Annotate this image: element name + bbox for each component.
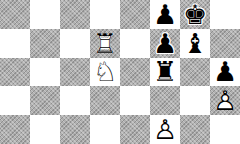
piece-black-bishop: ♝ [180, 29, 210, 58]
square-g4 [180, 86, 210, 115]
square-e3 [120, 115, 150, 144]
square-h7 [210, 0, 240, 29]
square-b3 [30, 115, 60, 144]
square-c6 [60, 29, 90, 58]
square-d6: ♜♖ [90, 29, 120, 58]
square-g3 [180, 115, 210, 144]
square-a5 [0, 58, 30, 87]
square-a4 [0, 86, 30, 115]
square-c5 [60, 58, 90, 87]
piece-black-pawn: ♟ [210, 58, 240, 87]
piece-white-knight: ♞♘ [90, 58, 120, 87]
square-f6: ♟ [150, 29, 180, 58]
piece-black-pawn: ♟ [150, 0, 180, 29]
piece-white-pawn: ♟♙ [150, 115, 180, 144]
square-e7 [120, 0, 150, 29]
piece-black-rook: ♜ [150, 58, 180, 87]
square-f3: ♟♙ [150, 115, 180, 144]
square-f5: ♜ [150, 58, 180, 87]
square-a6 [0, 29, 30, 58]
square-f7: ♟ [150, 0, 180, 29]
square-b6 [30, 29, 60, 58]
chess-board: ♟♚♜♖♟♝♞♘♜♟♟♙♟♙ [0, 0, 240, 144]
square-e4 [120, 86, 150, 115]
piece-black-king: ♚ [180, 0, 210, 29]
square-d7 [90, 0, 120, 29]
square-g6: ♝ [180, 29, 210, 58]
square-d5: ♞♘ [90, 58, 120, 87]
square-e6 [120, 29, 150, 58]
square-d4 [90, 86, 120, 115]
square-e5 [120, 58, 150, 87]
square-b7 [30, 0, 60, 29]
piece-white-pawn: ♟♙ [210, 86, 240, 115]
square-b4 [30, 86, 60, 115]
piece-white-rook: ♜♖ [90, 29, 120, 58]
square-g7: ♚ [180, 0, 210, 29]
square-h6 [210, 29, 240, 58]
square-g5 [180, 58, 210, 87]
square-b5 [30, 58, 60, 87]
piece-black-pawn: ♟ [150, 29, 180, 58]
square-h5: ♟ [210, 58, 240, 87]
square-f4 [150, 86, 180, 115]
square-a3 [0, 115, 30, 144]
square-c7 [60, 0, 90, 29]
square-h4: ♟♙ [210, 86, 240, 115]
square-c3 [60, 115, 90, 144]
square-d3 [90, 115, 120, 144]
chess-diagram-image[interactable]: ♟♚♜♖♟♝♞♘♜♟♟♙♟♙ [0, 0, 240, 144]
square-a7 [0, 0, 30, 29]
square-c4 [60, 86, 90, 115]
square-h3 [210, 115, 240, 144]
